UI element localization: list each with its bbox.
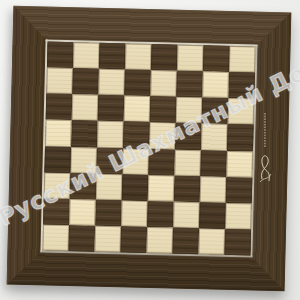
square-f1: [172, 227, 199, 254]
square-e1: [146, 227, 173, 254]
chessboard-photo: Русский Шахматный Дом: [0, 0, 300, 300]
square-g5: [201, 124, 228, 151]
square-e5: [149, 122, 176, 149]
square-g1: [198, 228, 225, 255]
square-a3: [44, 172, 71, 199]
square-a7: [46, 68, 73, 95]
square-e4: [148, 149, 175, 176]
square-d3: [122, 174, 149, 201]
square-c4: [96, 147, 123, 174]
square-d6: [124, 96, 151, 123]
square-b3: [70, 173, 97, 200]
square-c1: [94, 226, 121, 253]
square-f7: [176, 71, 203, 98]
square-g4: [200, 150, 227, 177]
square-a8: [47, 41, 74, 68]
square-d7: [124, 70, 151, 97]
square-e6: [150, 96, 177, 123]
square-f3: [174, 175, 201, 202]
square-b7: [72, 68, 99, 95]
square-b1: [68, 225, 95, 252]
square-f4: [174, 149, 201, 176]
square-d1: [120, 226, 147, 253]
square-d4: [122, 148, 149, 175]
square-h7: [228, 72, 255, 99]
board-field: [42, 41, 255, 255]
square-h3: [226, 177, 253, 204]
square-a5: [45, 120, 72, 147]
square-e8: [151, 44, 178, 71]
square-f8: [177, 45, 204, 72]
square-c7: [98, 69, 125, 96]
square-g3: [200, 176, 227, 203]
square-c3: [96, 173, 123, 200]
frame-bottom: [7, 252, 286, 292]
square-g2: [199, 202, 226, 229]
square-f6: [176, 97, 203, 124]
brand-signature-icon: [257, 111, 273, 187]
square-a1: [42, 224, 69, 251]
square-d8: [125, 43, 152, 70]
square-h1: [224, 229, 251, 256]
square-d5: [123, 122, 150, 149]
square-h5: [227, 124, 254, 151]
square-e3: [148, 175, 175, 202]
square-b8: [73, 42, 100, 69]
square-h2: [225, 203, 252, 230]
square-c6: [98, 95, 125, 122]
square-d2: [121, 200, 148, 227]
square-g7: [202, 71, 229, 98]
square-c8: [99, 43, 126, 70]
square-h4: [226, 150, 253, 177]
square-b5: [71, 120, 98, 147]
square-a4: [44, 146, 71, 173]
square-a6: [46, 94, 73, 121]
square-f2: [173, 201, 200, 228]
square-h8: [229, 46, 256, 73]
square-b4: [70, 147, 97, 174]
square-b2: [69, 199, 96, 226]
square-g6: [202, 98, 229, 125]
square-c2: [95, 199, 122, 226]
square-h6: [228, 98, 255, 125]
board-inner-strip: [40, 39, 257, 257]
square-f5: [175, 123, 202, 150]
square-c5: [97, 121, 124, 148]
square-a2: [43, 198, 70, 225]
square-e2: [147, 201, 174, 228]
square-g8: [203, 45, 230, 72]
square-b6: [72, 94, 99, 121]
square-e7: [150, 70, 177, 97]
chess-board: [7, 6, 292, 292]
